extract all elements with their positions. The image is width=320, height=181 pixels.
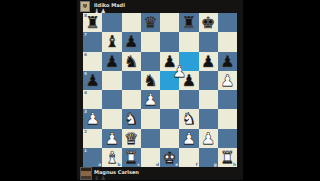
square-d4[interactable]: ♟ [141, 90, 160, 109]
square-a1[interactable]: 1a [83, 148, 102, 167]
file-label-a: a [98, 162, 101, 167]
square-h2[interactable] [218, 129, 237, 148]
bottom-player-captured-pieces: ♝♟ [94, 174, 107, 181]
square-f2[interactable]: ♟ [179, 129, 198, 148]
square-e8[interactable] [160, 13, 179, 32]
square-h5[interactable]: ♟ [218, 71, 237, 90]
square-b6[interactable]: ♟ [102, 52, 121, 71]
square-h1[interactable]: h♜ [218, 148, 237, 167]
white-pawn-b2[interactable]: ♟ [102, 129, 121, 148]
rank-label-2: 2 [84, 129, 87, 134]
square-c6[interactable]: ♞ [122, 52, 141, 71]
game-content: Ildiko Madl ♝♟ 8♜♛♜♚7♝♟6♟♞♟♟♟5♟♞♟♟4♟3♟♞♞… [77, 0, 243, 180]
square-f3[interactable]: ♞ [179, 109, 198, 128]
black-pawn-c7[interactable]: ♟ [122, 32, 141, 51]
white-knight-c3[interactable]: ♞ [122, 109, 141, 128]
square-f7[interactable] [179, 32, 198, 51]
square-e2[interactable] [160, 129, 179, 148]
letterbox-left [0, 0, 77, 180]
black-pawn-g6[interactable]: ♟ [199, 52, 218, 71]
bottom-player-avatar [80, 167, 92, 180]
top-player-bar: Ildiko Madl ♝♟ [77, 0, 243, 13]
square-d8[interactable]: ♛ [141, 13, 160, 32]
square-g5[interactable] [199, 71, 218, 90]
rank-label-7: 7 [84, 32, 87, 37]
file-label-c: c [137, 162, 140, 167]
square-d5[interactable]: ♞ [141, 71, 160, 90]
square-h7[interactable] [218, 32, 237, 51]
square-b1[interactable]: b♝ [102, 148, 121, 167]
square-c3[interactable]: ♞ [122, 109, 141, 128]
chess-board[interactable]: 8♜♛♜♚7♝♟6♟♞♟♟♟5♟♞♟♟4♟3♟♞♞2♟♛♟♟1ab♝c♜de♚f… [83, 13, 237, 167]
square-d2[interactable] [141, 129, 160, 148]
file-label-g: g [214, 162, 217, 167]
square-a6[interactable]: 6 [83, 52, 102, 71]
rank-label-4: 4 [84, 90, 87, 95]
black-queen-d8[interactable]: ♛ [141, 13, 160, 32]
square-d7[interactable] [141, 32, 160, 51]
file-label-d: d [156, 162, 159, 167]
square-b8[interactable] [102, 13, 121, 32]
black-pawn-b6[interactable]: ♟ [102, 52, 121, 71]
square-c7[interactable]: ♟ [122, 32, 141, 51]
square-g8[interactable]: ♚ [199, 13, 218, 32]
rank-label-1: 1 [84, 148, 87, 153]
square-g2[interactable]: ♟ [199, 129, 218, 148]
square-b5[interactable] [102, 71, 121, 90]
white-pawn-f2[interactable]: ♟ [179, 129, 198, 148]
black-bishop-b7[interactable]: ♝ [102, 32, 121, 51]
square-c4[interactable] [122, 90, 141, 109]
video-frame: Ildiko Madl ♝♟ 8♜♛♜♚7♝♟6♟♞♟♟♟5♟♞♟♟4♟3♟♞♞… [0, 0, 320, 180]
bottom-player-bar: Magnus Carlsen ♝♟ [77, 167, 243, 180]
square-c2[interactable]: ♛ [122, 129, 141, 148]
square-a2[interactable]: 2 [83, 129, 102, 148]
square-h4[interactable] [218, 90, 237, 109]
square-b2[interactable]: ♟ [102, 129, 121, 148]
square-c8[interactable] [122, 13, 141, 32]
square-c5[interactable] [122, 71, 141, 90]
square-g7[interactable] [199, 32, 218, 51]
white-pawn-h5[interactable]: ♟ [218, 71, 237, 90]
file-label-e: e [175, 162, 178, 167]
square-a5[interactable]: 5♟ [83, 71, 102, 90]
square-b7[interactable]: ♝ [102, 32, 121, 51]
animating-white-pawn[interactable]: ♟ [170, 62, 189, 81]
square-b4[interactable] [102, 90, 121, 109]
file-label-b: b [117, 162, 120, 167]
rank-label-5: 5 [84, 71, 87, 76]
black-knight-c6[interactable]: ♞ [122, 52, 141, 71]
square-h6[interactable]: ♟ [218, 52, 237, 71]
white-knight-f3[interactable]: ♞ [179, 109, 198, 128]
letterbox-right [243, 0, 320, 180]
file-label-h: h [233, 162, 236, 167]
square-d3[interactable] [141, 109, 160, 128]
white-queen-c2[interactable]: ♛ [122, 129, 141, 148]
square-g6[interactable]: ♟ [199, 52, 218, 71]
square-g1[interactable]: g [199, 148, 218, 167]
square-f1[interactable]: f [179, 148, 198, 167]
square-g4[interactable] [199, 90, 218, 109]
square-a3[interactable]: 3♟ [83, 109, 102, 128]
square-c1[interactable]: c♜ [122, 148, 141, 167]
square-e4[interactable] [160, 90, 179, 109]
square-e7[interactable] [160, 32, 179, 51]
square-a4[interactable]: 4 [83, 90, 102, 109]
square-f4[interactable] [179, 90, 198, 109]
square-a7[interactable]: 7 [83, 32, 102, 51]
square-g3[interactable] [199, 109, 218, 128]
square-e3[interactable] [160, 109, 179, 128]
black-pawn-h6[interactable]: ♟ [218, 52, 237, 71]
square-a8[interactable]: 8♜ [83, 13, 102, 32]
square-e1[interactable]: e♚ [160, 148, 179, 167]
square-h3[interactable] [218, 109, 237, 128]
square-d6[interactable] [141, 52, 160, 71]
black-rook-f8[interactable]: ♜ [179, 13, 198, 32]
file-label-f: f [196, 162, 198, 167]
black-king-g8[interactable]: ♚ [199, 13, 218, 32]
top-player-avatar [80, 1, 90, 12]
square-b3[interactable] [102, 109, 121, 128]
white-pawn-g2[interactable]: ♟ [199, 129, 218, 148]
rank-label-3: 3 [84, 109, 87, 114]
white-pawn-d4[interactable]: ♟ [141, 90, 160, 109]
square-h8[interactable] [218, 13, 237, 32]
square-f8[interactable]: ♜ [179, 13, 198, 32]
square-d1[interactable]: d [141, 148, 160, 167]
rank-label-6: 6 [84, 52, 87, 57]
rank-label-8: 8 [84, 13, 87, 18]
black-knight-d5[interactable]: ♞ [141, 71, 160, 90]
